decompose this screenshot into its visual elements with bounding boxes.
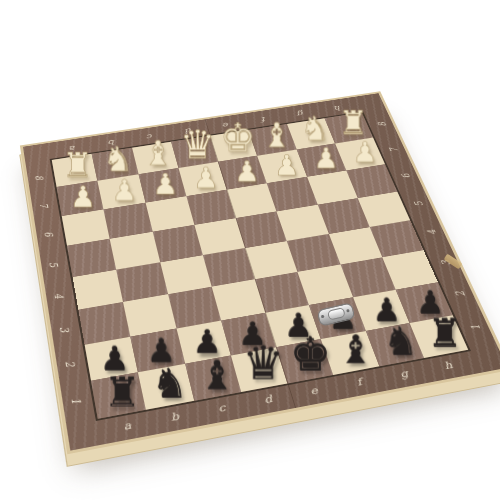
- square-b3[interactable]: [123, 294, 176, 336]
- white-pawn-e7: ♟: [234, 156, 260, 185]
- file-label-f: f: [335, 372, 385, 394]
- black-pawn-c2: ♟: [193, 325, 222, 358]
- square-c1[interactable]: ♝: [185, 355, 241, 401]
- white-pawn-d7: ♟: [193, 163, 219, 192]
- square-a1[interactable]: ♜: [91, 371, 146, 418]
- square-c6[interactable]: [145, 195, 194, 231]
- white-pawn-h7: ♟: [353, 138, 378, 166]
- file-label-c: c: [197, 398, 247, 421]
- black-pawn-e2: ♟: [284, 309, 313, 341]
- black-pawn-b2: ♟: [147, 334, 176, 367]
- white-king-e8: ♚: [220, 119, 255, 158]
- white-pawn-f7: ♟: [274, 150, 299, 178]
- white-bishop-c8: ♝: [143, 136, 173, 170]
- square-h7[interactable]: ♟: [335, 137, 385, 170]
- square-f6[interactable]: [267, 176, 317, 211]
- white-pawn-c7: ♟: [152, 169, 178, 198]
- square-g6[interactable]: [307, 170, 358, 204]
- file-label-d: d: [243, 389, 293, 412]
- scene: ♜♞♝♛♚♝♞♜♟♟♟♟♟♟♟♟♟♟♟♟♟♟♟♟♜♞♝♛♚♝♞♜ abcdefg…: [0, 0, 500, 500]
- black-knight-g1: ♞: [384, 322, 419, 361]
- black-bishop-c1: ♝: [199, 355, 235, 395]
- square-b5[interactable]: [110, 231, 160, 269]
- white-pawn-a7: ♟: [69, 182, 95, 211]
- board-top-face: ♜♞♝♛♚♝♞♜♟♟♟♟♟♟♟♟♟♟♟♟♟♟♟♟♜♞♝♛♚♝♞♜ abcdefg…: [20, 91, 500, 454]
- black-pawn-d2: ♟: [239, 317, 268, 349]
- black-knight-b1: ♞: [152, 364, 188, 404]
- chess-board: ♜♞♝♛♚♝♞♜♟♟♟♟♟♟♟♟♟♟♟♟♟♟♟♟♜♞♝♛♚♝♞♜ abcdefg…: [20, 91, 500, 454]
- white-queen-d8: ♛: [180, 125, 215, 164]
- chess-set-product-photo: ♜♞♝♛♚♝♞♜♟♟♟♟♟♟♟♟♟♟♟♟♟♟♟♟♜♞♝♛♚♝♞♜ abcdefg…: [0, 0, 500, 500]
- white-rook-a8: ♜: [62, 149, 93, 183]
- playing-area-frame: ♜♞♝♛♚♝♞♜♟♟♟♟♟♟♟♟♟♟♟♟♟♟♟♟♜♞♝♛♚♝♞♜: [50, 111, 471, 421]
- black-pawn-h2: ♟: [416, 286, 444, 318]
- square-d5[interactable]: [194, 218, 245, 255]
- file-label-b: b: [150, 406, 201, 429]
- square-h2[interactable]: ♟: [395, 281, 452, 322]
- square-a6[interactable]: [62, 209, 110, 246]
- black-pawn-g2: ♟: [373, 294, 402, 326]
- square-a3[interactable]: [78, 302, 130, 344]
- squares-grid: ♜♞♝♛♚♝♞♜♟♟♟♟♟♟♟♟♟♟♟♟♟♟♟♟♜♞♝♛♚♝♞♜: [52, 112, 468, 418]
- white-knight-b8: ♞: [103, 142, 134, 176]
- file-label-a: a: [102, 415, 153, 439]
- white-pawn-g7: ♟: [313, 144, 338, 172]
- file-label-g: g: [380, 364, 430, 386]
- black-pawn-a2: ♟: [100, 342, 130, 375]
- white-rook-h8: ♜: [339, 107, 369, 140]
- file-label-h: h: [424, 356, 474, 378]
- white-pawn-b7: ♟: [111, 176, 137, 205]
- file-label-e: e: [289, 380, 339, 403]
- black-rook-a1: ♜: [104, 372, 140, 413]
- black-rook-h1: ♜: [428, 314, 463, 353]
